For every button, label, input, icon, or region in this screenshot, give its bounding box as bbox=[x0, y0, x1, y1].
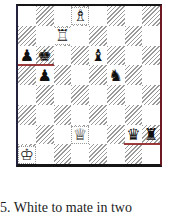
square-a1[interactable]: ♔ bbox=[18, 144, 36, 164]
square-g5[interactable] bbox=[125, 65, 143, 85]
square-a5[interactable] bbox=[18, 65, 36, 85]
square-f2[interactable] bbox=[107, 125, 125, 145]
square-h4[interactable] bbox=[142, 85, 160, 105]
square-h5[interactable] bbox=[142, 65, 160, 85]
square-e3[interactable] bbox=[89, 105, 107, 125]
black-king-icon: ♚ bbox=[37, 47, 51, 64]
square-b5[interactable]: ♟ bbox=[36, 65, 54, 85]
square-f6[interactable] bbox=[107, 46, 125, 66]
square-d5[interactable] bbox=[71, 65, 89, 85]
square-e8[interactable] bbox=[89, 6, 107, 26]
black-pawn-icon: ♟ bbox=[37, 67, 51, 84]
square-c6[interactable] bbox=[54, 46, 72, 66]
square-g4[interactable] bbox=[125, 85, 143, 105]
black-queen-icon: ♛ bbox=[126, 126, 140, 143]
square-g7[interactable] bbox=[125, 26, 143, 46]
square-c8[interactable] bbox=[54, 6, 72, 26]
caption: 5. White to mate in two bbox=[0, 200, 172, 216]
white-queen-icon: ♕ bbox=[71, 126, 89, 144]
square-g8[interactable] bbox=[125, 6, 143, 26]
square-a4[interactable] bbox=[18, 85, 36, 105]
square-a7[interactable] bbox=[18, 26, 36, 46]
black-knight-icon: ♞ bbox=[108, 67, 122, 84]
square-g6[interactable] bbox=[125, 46, 143, 66]
square-d2[interactable]: ♕ bbox=[71, 125, 89, 145]
square-e6[interactable]: ♝ bbox=[89, 46, 107, 66]
scan-red-underline-a6b6 bbox=[18, 64, 54, 66]
square-c2[interactable] bbox=[54, 125, 72, 145]
square-a3[interactable] bbox=[18, 105, 36, 125]
square-e5[interactable] bbox=[89, 65, 107, 85]
square-h2[interactable]: ♜ bbox=[142, 125, 160, 145]
square-g3[interactable] bbox=[125, 105, 143, 125]
square-f5[interactable]: ♞ bbox=[107, 65, 125, 85]
square-b6[interactable]: ♚ bbox=[36, 46, 54, 66]
square-f7[interactable] bbox=[107, 26, 125, 46]
square-h1[interactable] bbox=[142, 144, 160, 164]
square-e1[interactable] bbox=[89, 144, 107, 164]
square-c7[interactable]: ♖ bbox=[54, 26, 72, 46]
square-f8[interactable] bbox=[107, 6, 125, 26]
square-b1[interactable] bbox=[36, 144, 54, 164]
square-d1[interactable] bbox=[71, 144, 89, 164]
square-g2[interactable]: ♛ bbox=[125, 125, 143, 145]
square-d8[interactable]: ♗ bbox=[71, 6, 89, 26]
square-d7[interactable] bbox=[71, 26, 89, 46]
white-bishop-icon: ♗ bbox=[71, 7, 89, 25]
square-h7[interactable] bbox=[142, 26, 160, 46]
square-h6[interactable] bbox=[142, 46, 160, 66]
black-pawn-icon: ♟ bbox=[20, 47, 34, 64]
black-bishop-icon: ♝ bbox=[91, 47, 105, 64]
square-d4[interactable] bbox=[71, 85, 89, 105]
square-c3[interactable] bbox=[54, 105, 72, 125]
square-c5[interactable] bbox=[54, 65, 72, 85]
square-a2[interactable] bbox=[18, 125, 36, 145]
square-b2[interactable] bbox=[36, 125, 54, 145]
square-c1[interactable] bbox=[54, 144, 72, 164]
square-e4[interactable] bbox=[89, 85, 107, 105]
square-f1[interactable] bbox=[107, 144, 125, 164]
square-e7[interactable] bbox=[89, 26, 107, 46]
square-d6[interactable] bbox=[71, 46, 89, 66]
square-b8[interactable] bbox=[36, 6, 54, 26]
white-king-icon: ♔ bbox=[18, 146, 36, 164]
square-a8[interactable] bbox=[18, 6, 36, 26]
chess-board: ♗♖♟♚♝♟♞♕♛♜♔ bbox=[16, 4, 162, 167]
square-g1[interactable] bbox=[125, 144, 143, 164]
square-d3[interactable] bbox=[71, 105, 89, 125]
black-rook-icon: ♜ bbox=[144, 126, 158, 143]
square-f3[interactable] bbox=[107, 105, 125, 125]
square-a6[interactable]: ♟ bbox=[18, 46, 36, 66]
square-c4[interactable] bbox=[54, 85, 72, 105]
square-b7[interactable] bbox=[36, 26, 54, 46]
square-e2[interactable] bbox=[89, 125, 107, 145]
square-b3[interactable] bbox=[36, 105, 54, 125]
square-h8[interactable] bbox=[142, 6, 160, 26]
white-rook-icon: ♖ bbox=[54, 27, 72, 45]
square-h3[interactable] bbox=[142, 105, 160, 125]
square-f4[interactable] bbox=[107, 85, 125, 105]
square-b4[interactable] bbox=[36, 85, 54, 105]
scan-red-underline-g2h2 bbox=[124, 143, 160, 145]
board-grid: ♗♖♟♚♝♟♞♕♛♜♔ bbox=[18, 6, 160, 164]
